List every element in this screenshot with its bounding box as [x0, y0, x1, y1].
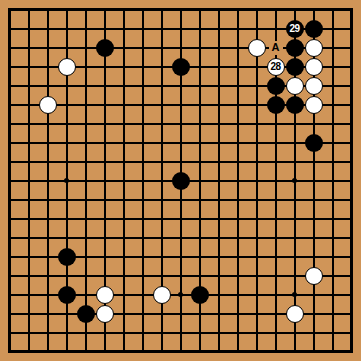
stone-black-16-6[interactable]: [286, 96, 304, 114]
stone-white-9-16[interactable]: [153, 286, 171, 304]
grid-line-v-18: [332, 9, 334, 352]
stone-white-14-3[interactable]: [248, 39, 266, 57]
stone-black-16-3[interactable]: [286, 39, 304, 57]
stone-black-16-2[interactable]: 29: [286, 20, 304, 38]
stone-white-4-4[interactable]: [58, 58, 76, 76]
grid-line-h-11: [9, 199, 352, 201]
stone-black-10-10[interactable]: [172, 172, 190, 190]
stone-black-15-6[interactable]: [267, 96, 285, 114]
stone-black-11-16[interactable]: [191, 286, 209, 304]
stone-white-17-6[interactable]: [305, 96, 323, 114]
grid-line-h-12: [9, 218, 352, 220]
move-number-label: 28: [270, 62, 280, 72]
go-board[interactable]: 2928A: [0, 0, 361, 361]
stone-white-17-3[interactable]: [305, 39, 323, 57]
hoshi-point: [64, 178, 69, 183]
grid-line-h-15: [9, 275, 352, 277]
hoshi-point: [292, 178, 297, 183]
stone-black-5-17[interactable]: [77, 305, 95, 323]
stone-black-6-3[interactable]: [96, 39, 114, 57]
stone-white-6-16[interactable]: [96, 286, 114, 304]
stone-white-16-17[interactable]: [286, 305, 304, 323]
stone-white-3-6[interactable]: [39, 96, 57, 114]
point-label-A[interactable]: A: [269, 41, 283, 55]
stone-white-17-15[interactable]: [305, 267, 323, 285]
stone-black-15-5[interactable]: [267, 77, 285, 95]
stone-white-6-17[interactable]: [96, 305, 114, 323]
stone-black-17-8[interactable]: [305, 134, 323, 152]
hoshi-point: [292, 292, 297, 297]
stone-black-4-16[interactable]: [58, 286, 76, 304]
stone-white-16-5[interactable]: [286, 77, 304, 95]
move-number-label: 29: [289, 24, 299, 34]
grid-line-v-14: [256, 9, 258, 352]
stone-black-4-14[interactable]: [58, 248, 76, 266]
stone-white-15-4[interactable]: 28: [267, 58, 285, 76]
grid-line-h-18: [9, 332, 352, 334]
stone-black-10-4[interactable]: [172, 58, 190, 76]
grid-line-h-13: [9, 237, 352, 239]
grid-line-v-13: [237, 9, 239, 352]
stone-white-17-4[interactable]: [305, 58, 323, 76]
stone-black-17-2[interactable]: [305, 20, 323, 38]
hoshi-point: [178, 292, 183, 297]
stone-black-16-4[interactable]: [286, 58, 304, 76]
stone-white-17-5[interactable]: [305, 77, 323, 95]
grid-line-v-12: [218, 9, 220, 352]
